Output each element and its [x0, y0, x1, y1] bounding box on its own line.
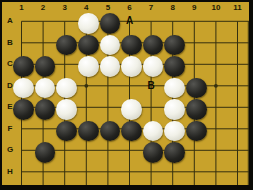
- stone-white-8E[interactable]: [164, 99, 185, 120]
- col-label-6: 6: [127, 4, 131, 12]
- col-label-5: 5: [106, 4, 110, 12]
- col-label-9: 9: [192, 4, 196, 12]
- col-label-1: 1: [19, 4, 23, 12]
- stone-black-2G[interactable]: [35, 142, 56, 163]
- col-label-4: 4: [84, 4, 88, 12]
- stone-white-7C[interactable]: [143, 56, 164, 77]
- col-label-11: 11: [233, 4, 241, 12]
- stone-white-1D[interactable]: [13, 78, 34, 99]
- stone-black-8C[interactable]: [164, 56, 185, 77]
- col-label-2: 2: [41, 4, 45, 12]
- screenshot-frame: 1234567891011 ABCDEFGH AB: [0, 0, 253, 190]
- col-label-10: 10: [211, 4, 220, 12]
- stone-black-8G[interactable]: [164, 142, 185, 163]
- col-label-8: 8: [170, 4, 174, 12]
- stone-black-2E[interactable]: [35, 99, 56, 120]
- stone-black-5F[interactable]: [100, 121, 121, 142]
- stone-white-3E[interactable]: [56, 99, 77, 120]
- stone-black-8B[interactable]: [164, 35, 185, 56]
- stone-white-2D[interactable]: [35, 78, 56, 99]
- stone-white-6E[interactable]: [121, 99, 142, 120]
- stone-white-4A[interactable]: [78, 13, 99, 34]
- col-label-7: 7: [149, 4, 153, 12]
- stone-black-1E[interactable]: [13, 99, 34, 120]
- col-label-3: 3: [62, 4, 66, 12]
- stone-black-9D[interactable]: [186, 78, 207, 99]
- board-label-B: B: [147, 81, 154, 91]
- stone-black-9F[interactable]: [186, 121, 207, 142]
- stone-white-7F[interactable]: [143, 121, 164, 142]
- stone-grid: [13, 13, 251, 185]
- stone-black-2C[interactable]: [35, 56, 56, 77]
- stone-black-5A[interactable]: [100, 13, 121, 34]
- board-label-A: A: [126, 16, 133, 26]
- stone-white-8D[interactable]: [164, 78, 185, 99]
- stone-white-4C[interactable]: [78, 56, 99, 77]
- stone-black-7G[interactable]: [143, 142, 164, 163]
- stone-white-6C[interactable]: [121, 56, 142, 77]
- stone-black-4F[interactable]: [78, 121, 99, 142]
- stone-white-5C[interactable]: [100, 56, 121, 77]
- stone-black-7B[interactable]: [143, 35, 164, 56]
- stone-black-9E[interactable]: [186, 99, 207, 120]
- stone-white-5B[interactable]: [100, 35, 121, 56]
- stone-white-3D[interactable]: [56, 78, 77, 99]
- stone-white-8F[interactable]: [164, 121, 185, 142]
- stone-black-1C[interactable]: [13, 56, 34, 77]
- stone-black-6B[interactable]: [121, 35, 142, 56]
- stone-black-3F[interactable]: [56, 121, 77, 142]
- stone-black-4B[interactable]: [78, 35, 99, 56]
- stone-black-6F[interactable]: [121, 121, 142, 142]
- go-board[interactable]: 1234567891011 ABCDEFGH AB: [2, 2, 249, 185]
- stone-black-3B[interactable]: [56, 35, 77, 56]
